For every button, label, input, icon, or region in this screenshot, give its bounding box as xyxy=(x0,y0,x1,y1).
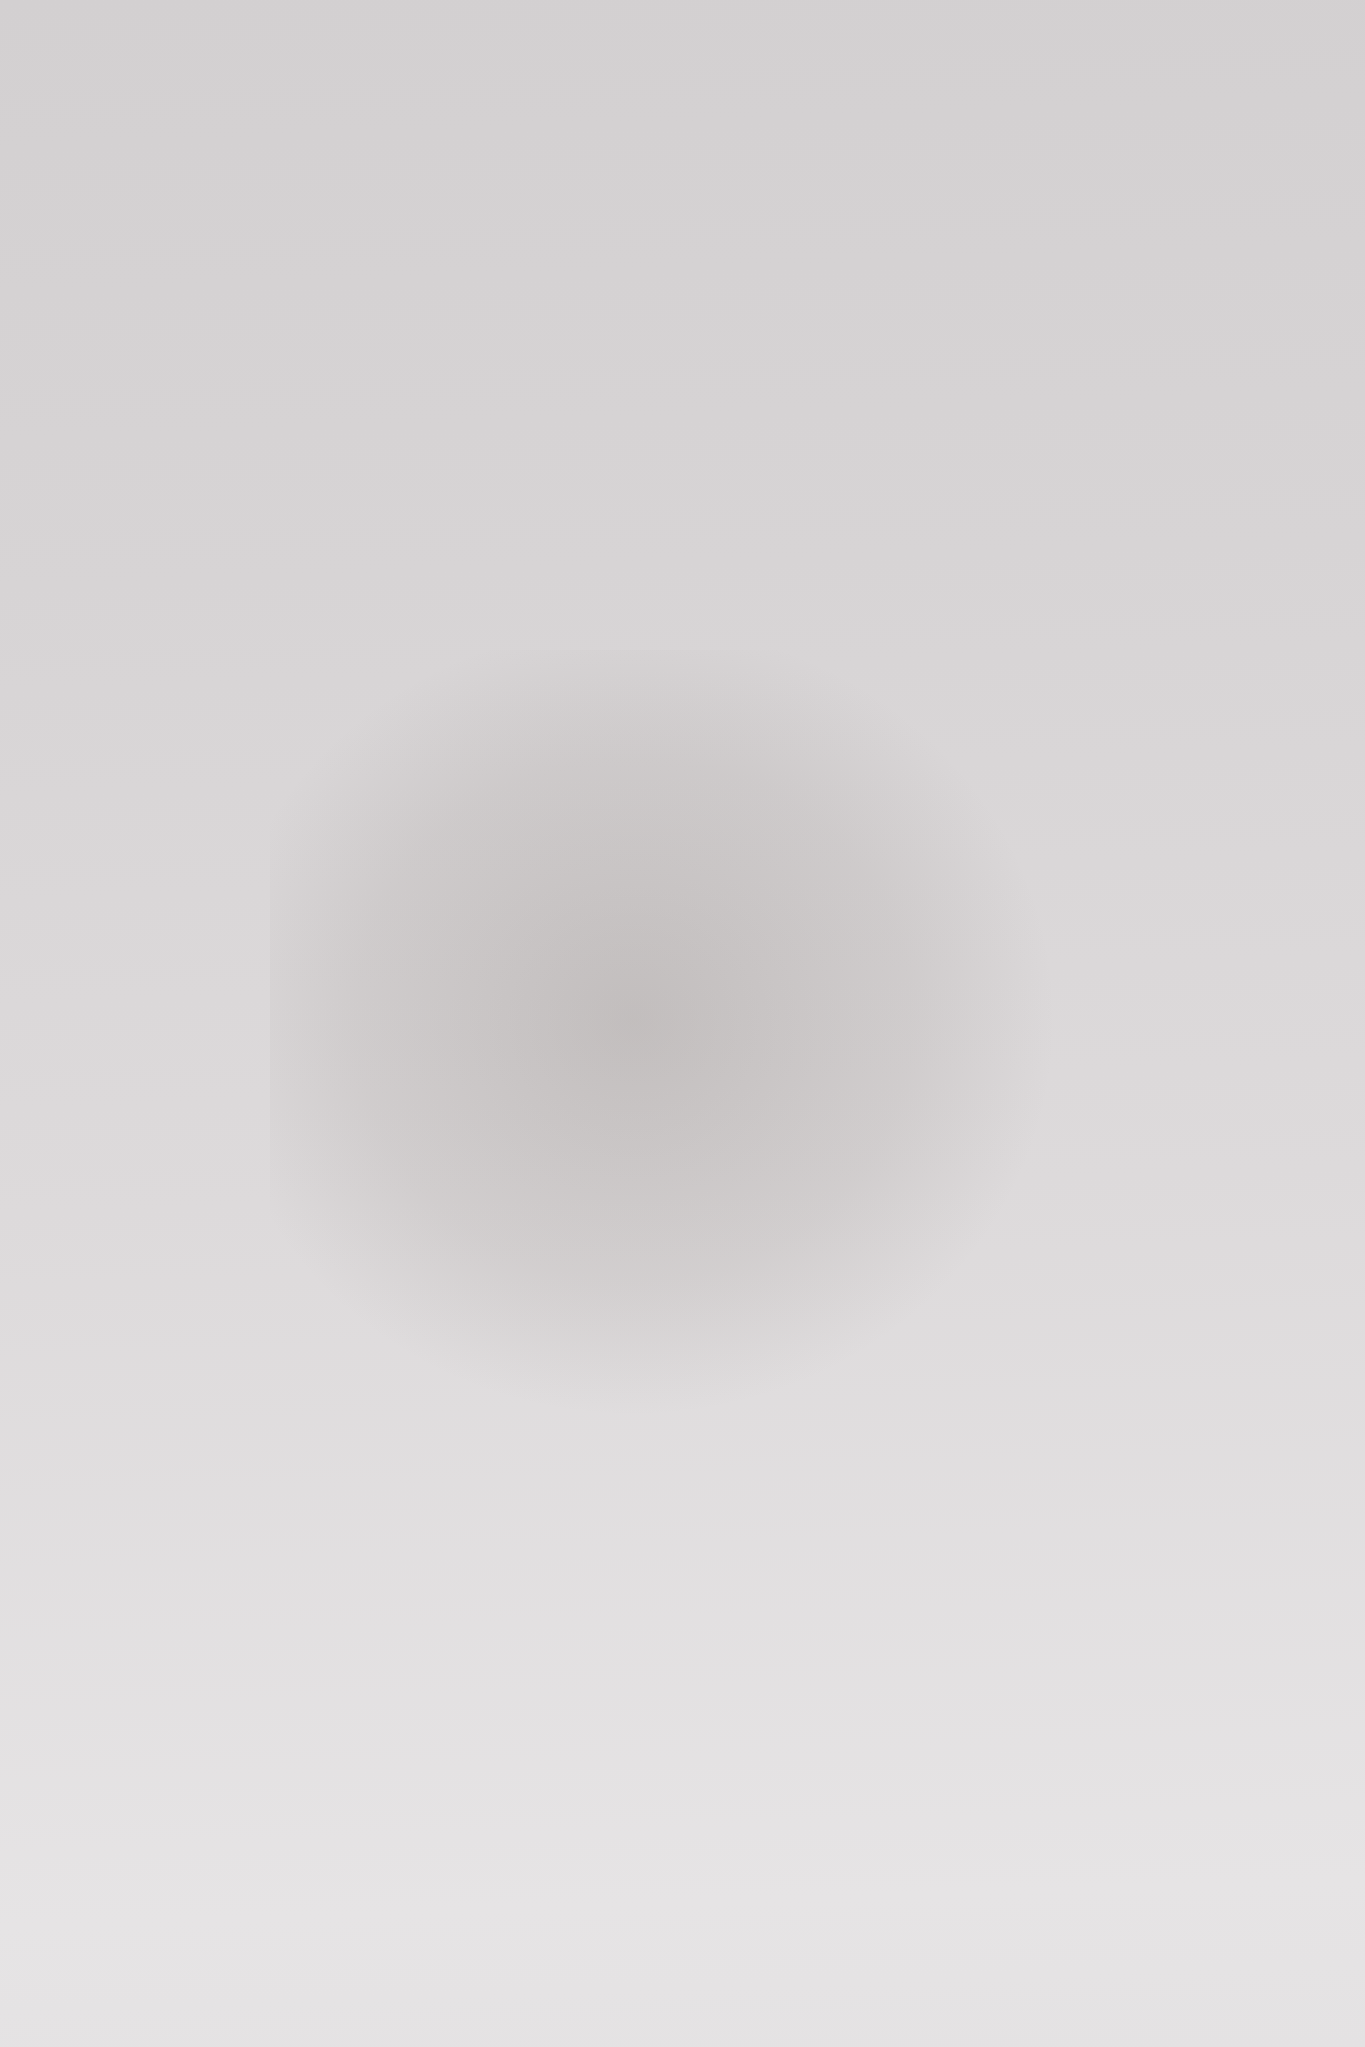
bead-mat xyxy=(0,0,1365,2047)
photo-canvas: { "scene": { "type": "studio product pho… xyxy=(0,0,1365,2047)
